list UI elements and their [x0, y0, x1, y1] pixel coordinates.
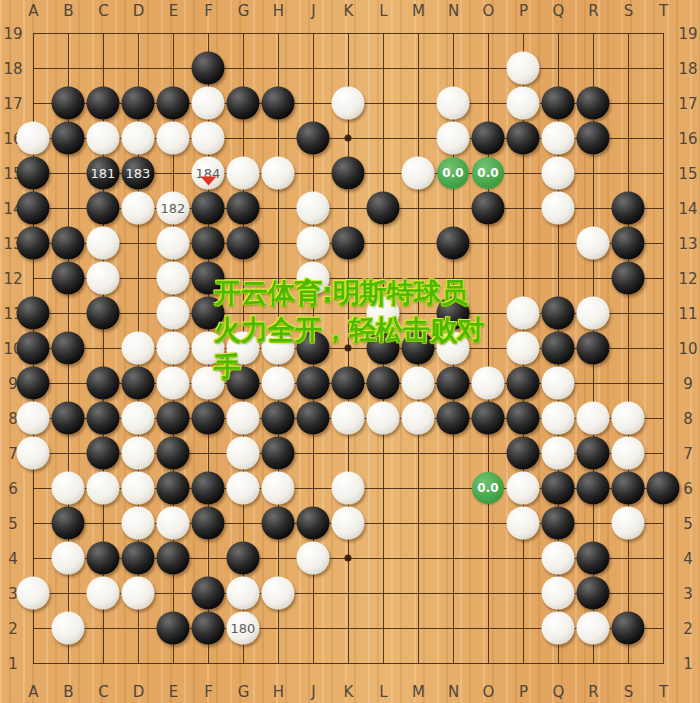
stone-A7[interactable]: [17, 437, 50, 470]
stone-R6[interactable]: [577, 472, 610, 505]
stone-E16[interactable]: [157, 122, 190, 155]
stone-S8[interactable]: [612, 402, 645, 435]
stone-B5[interactable]: [52, 507, 85, 540]
coord-bottom-C: C: [98, 683, 108, 701]
coord-right-8: 8: [683, 410, 693, 428]
stone-N16[interactable]: [437, 122, 470, 155]
stone-S7[interactable]: [612, 437, 645, 470]
stone-Q17[interactable]: [542, 87, 575, 120]
coord-top-L: L: [379, 2, 387, 20]
coord-right-6: 6: [683, 480, 693, 498]
coord-left-12: 12: [3, 270, 22, 288]
stone-A8[interactable]: [17, 402, 50, 435]
stone-B2[interactable]: [52, 612, 85, 645]
stone-G8[interactable]: [227, 402, 260, 435]
move-number-D15: 183: [126, 167, 151, 180]
stone-E2[interactable]: [157, 612, 190, 645]
coord-top-A: A: [28, 2, 38, 20]
stone-E17[interactable]: [157, 87, 190, 120]
stone-K17[interactable]: [332, 87, 365, 120]
stone-D10[interactable]: [122, 332, 155, 365]
stone-Q7[interactable]: [542, 437, 575, 470]
stone-P16[interactable]: [507, 122, 540, 155]
stone-C6[interactable]: [87, 472, 120, 505]
stone-Q2[interactable]: [542, 612, 575, 645]
score-label-N15: 0.0: [442, 167, 463, 179]
coord-right-17: 17: [678, 95, 697, 113]
stone-C13[interactable]: [87, 227, 120, 260]
coord-bottom-M: M: [412, 683, 425, 701]
coord-top-F: F: [204, 2, 213, 20]
stone-S13[interactable]: [612, 227, 645, 260]
coord-bottom-Q: Q: [553, 683, 565, 701]
stone-O9[interactable]: [472, 367, 505, 400]
stone-Q6[interactable]: [542, 472, 575, 505]
stone-B10[interactable]: [52, 332, 85, 365]
stone-R11[interactable]: [577, 297, 610, 330]
stone-C8[interactable]: [87, 402, 120, 435]
stone-P10[interactable]: [507, 332, 540, 365]
stone-P6[interactable]: [507, 472, 540, 505]
stone-E9[interactable]: [157, 367, 190, 400]
stone-O16[interactable]: [472, 122, 505, 155]
stone-H7[interactable]: [262, 437, 295, 470]
stone-P11[interactable]: [507, 297, 540, 330]
stone-Q16[interactable]: [542, 122, 575, 155]
stone-P5[interactable]: [507, 507, 540, 540]
stone-D16[interactable]: [122, 122, 155, 155]
stone-J12[interactable]: [297, 262, 330, 295]
stone-R16[interactable]: [577, 122, 610, 155]
coord-top-H: H: [273, 2, 284, 20]
coord-bottom-O: O: [483, 683, 495, 701]
stone-E10[interactable]: [157, 332, 190, 365]
stone-C12[interactable]: [87, 262, 120, 295]
coord-top-J: J: [311, 2, 315, 20]
stone-D17[interactable]: [122, 87, 155, 120]
stone-C4[interactable]: [87, 542, 120, 575]
coord-bottom-D: D: [133, 683, 145, 701]
stone-R13[interactable]: [577, 227, 610, 260]
stone-M10[interactable]: [402, 332, 435, 365]
star-point-K10: [345, 345, 352, 352]
stone-P9[interactable]: [507, 367, 540, 400]
stone-A15[interactable]: [17, 157, 50, 190]
stone-Q15[interactable]: [542, 157, 575, 190]
stone-B12[interactable]: [52, 262, 85, 295]
stone-H5[interactable]: [262, 507, 295, 540]
coord-bottom-E: E: [169, 683, 178, 701]
move-number-G2: 180: [231, 622, 256, 635]
coord-bottom-T: T: [659, 683, 668, 701]
stone-L10[interactable]: [367, 332, 400, 365]
coord-right-19: 19: [678, 25, 697, 43]
stone-N17[interactable]: [437, 87, 470, 120]
stone-S2[interactable]: [612, 612, 645, 645]
coord-left-17: 17: [3, 95, 22, 113]
stone-D3[interactable]: [122, 577, 155, 610]
stone-F15[interactable]: 184: [192, 157, 225, 190]
stone-E5[interactable]: [157, 507, 190, 540]
stone-P17[interactable]: [507, 87, 540, 120]
stone-A14[interactable]: [17, 192, 50, 225]
stone-D9[interactable]: [122, 367, 155, 400]
coord-left-2: 2: [8, 620, 18, 638]
stone-E13[interactable]: [157, 227, 190, 260]
stone-P8[interactable]: [507, 402, 540, 435]
coord-top-C: C: [98, 2, 108, 20]
stone-C11[interactable]: [87, 297, 120, 330]
stone-Q8[interactable]: [542, 402, 575, 435]
stone-R2[interactable]: [577, 612, 610, 645]
stone-F5[interactable]: [192, 507, 225, 540]
stone-P7[interactable]: [507, 437, 540, 470]
coord-bottom-S: S: [624, 683, 634, 701]
coord-top-S: S: [624, 2, 634, 20]
coord-right-2: 2: [683, 620, 693, 638]
stone-G3[interactable]: [227, 577, 260, 610]
coord-right-5: 5: [683, 515, 693, 533]
stone-A10[interactable]: [17, 332, 50, 365]
stone-B13[interactable]: [52, 227, 85, 260]
stone-J9[interactable]: [297, 367, 330, 400]
stone-R7[interactable]: [577, 437, 610, 470]
stone-F16[interactable]: [192, 122, 225, 155]
stone-D14[interactable]: [122, 192, 155, 225]
coord-top-D: D: [133, 2, 145, 20]
stone-P18[interactable]: [507, 52, 540, 85]
stone-O14[interactable]: [472, 192, 505, 225]
stone-G10[interactable]: [227, 332, 260, 365]
stone-H6[interactable]: [262, 472, 295, 505]
stone-J16[interactable]: [297, 122, 330, 155]
stone-J14[interactable]: [297, 192, 330, 225]
stone-R10[interactable]: [577, 332, 610, 365]
stone-F9[interactable]: [192, 367, 225, 400]
stone-A13[interactable]: [17, 227, 50, 260]
last-move-triangle-icon: [200, 177, 216, 186]
stone-A16[interactable]: [17, 122, 50, 155]
grid-hline: [33, 663, 664, 664]
stone-Q4[interactable]: [542, 542, 575, 575]
coord-top-O: O: [483, 2, 495, 20]
stone-J10[interactable]: [297, 332, 330, 365]
stone-G15[interactable]: [227, 157, 260, 190]
coord-bottom-P: P: [519, 683, 528, 701]
stone-L11[interactable]: [367, 297, 400, 330]
coord-right-12: 12: [678, 270, 697, 288]
coord-bottom-F: F: [204, 683, 213, 701]
coord-right-9: 9: [683, 375, 693, 393]
stone-G7[interactable]: [227, 437, 260, 470]
coord-right-3: 3: [683, 585, 693, 603]
coord-right-10: 10: [678, 340, 697, 358]
stone-F8[interactable]: [192, 402, 225, 435]
stone-F14[interactable]: [192, 192, 225, 225]
move-number-C15: 181: [91, 167, 116, 180]
stone-F18[interactable]: [192, 52, 225, 85]
stone-G14[interactable]: [227, 192, 260, 225]
stone-D5[interactable]: [122, 507, 155, 540]
coord-bottom-R: R: [588, 683, 598, 701]
stone-E8[interactable]: [157, 402, 190, 435]
score-label-O6: 0.0: [477, 482, 498, 494]
coord-top-G: G: [238, 2, 250, 20]
stone-F12[interactable]: [192, 262, 225, 295]
coord-left-18: 18: [3, 60, 22, 78]
stone-Q3[interactable]: [542, 577, 575, 610]
stone-H3[interactable]: [262, 577, 295, 610]
grid-vline: [628, 33, 629, 664]
stone-F6[interactable]: [192, 472, 225, 505]
coord-right-13: 13: [678, 235, 697, 253]
go-board[interactable]: AABBCCDDEEFFGGHHJJKKLLMMNNOOPPQQRRSSTT19…: [0, 0, 700, 703]
stone-C15[interactable]: 181: [87, 157, 120, 190]
stone-H9[interactable]: [262, 367, 295, 400]
coord-left-5: 5: [8, 515, 18, 533]
stone-G4[interactable]: [227, 542, 260, 575]
coord-top-N: N: [448, 2, 459, 20]
stone-D7[interactable]: [122, 437, 155, 470]
coord-right-18: 18: [678, 60, 697, 78]
coord-top-K: K: [344, 2, 354, 20]
coord-top-B: B: [63, 2, 73, 20]
stone-B6[interactable]: [52, 472, 85, 505]
stone-Q10[interactable]: [542, 332, 575, 365]
stone-E7[interactable]: [157, 437, 190, 470]
coord-bottom-L: L: [379, 683, 387, 701]
stone-R17[interactable]: [577, 87, 610, 120]
stone-O6[interactable]: 0.0: [472, 472, 504, 504]
stone-M15[interactable]: [402, 157, 435, 190]
coord-top-M: M: [412, 2, 425, 20]
stone-R4[interactable]: [577, 542, 610, 575]
coord-left-1: 1: [8, 655, 18, 673]
coord-right-4: 4: [683, 550, 693, 568]
stone-S12[interactable]: [612, 262, 645, 295]
stone-G9[interactable]: [227, 367, 260, 400]
stone-Q5[interactable]: [542, 507, 575, 540]
stone-F13[interactable]: [192, 227, 225, 260]
stone-K6[interactable]: [332, 472, 365, 505]
stone-L14[interactable]: [367, 192, 400, 225]
stone-R8[interactable]: [577, 402, 610, 435]
stone-D4[interactable]: [122, 542, 155, 575]
stone-Q9[interactable]: [542, 367, 575, 400]
stone-L8[interactable]: [367, 402, 400, 435]
stone-J5[interactable]: [297, 507, 330, 540]
stone-J8[interactable]: [297, 402, 330, 435]
coord-bottom-J: J: [311, 683, 315, 701]
stone-B17[interactable]: [52, 87, 85, 120]
stone-K13[interactable]: [332, 227, 365, 260]
stone-H10[interactable]: [262, 332, 295, 365]
stone-B8[interactable]: [52, 402, 85, 435]
stone-D15[interactable]: 183: [122, 157, 155, 190]
stone-J4[interactable]: [297, 542, 330, 575]
star-point-K4: [345, 555, 352, 562]
coord-right-14: 14: [678, 200, 697, 218]
grid-vline: [663, 33, 664, 664]
stone-T6[interactable]: [647, 472, 680, 505]
stone-L9[interactable]: [367, 367, 400, 400]
stone-M9[interactable]: [402, 367, 435, 400]
stone-F17[interactable]: [192, 87, 225, 120]
stone-C17[interactable]: [87, 87, 120, 120]
stone-Q14[interactable]: [542, 192, 575, 225]
coord-bottom-G: G: [238, 683, 250, 701]
stone-N9[interactable]: [437, 367, 470, 400]
stone-E14[interactable]: 182: [157, 192, 190, 225]
coord-left-19: 19: [3, 25, 22, 43]
stone-S6[interactable]: [612, 472, 645, 505]
stone-A9[interactable]: [17, 367, 50, 400]
stone-C16[interactable]: [87, 122, 120, 155]
stone-F3[interactable]: [192, 577, 225, 610]
stone-C9[interactable]: [87, 367, 120, 400]
stone-G2[interactable]: 180: [227, 612, 260, 645]
coord-bottom-B: B: [63, 683, 73, 701]
stone-N15[interactable]: 0.0: [437, 157, 469, 189]
coord-top-E: E: [169, 2, 178, 20]
stone-C3[interactable]: [87, 577, 120, 610]
coord-top-Q: Q: [553, 2, 565, 20]
score-label-O15: 0.0: [477, 167, 498, 179]
stone-M8[interactable]: [402, 402, 435, 435]
stone-O15[interactable]: 0.0: [472, 157, 504, 189]
stone-F11[interactable]: [192, 297, 225, 330]
coord-left-6: 6: [8, 480, 18, 498]
stone-G17[interactable]: [227, 87, 260, 120]
stone-B16[interactable]: [52, 122, 85, 155]
coord-bottom-N: N: [448, 683, 459, 701]
stone-F2[interactable]: [192, 612, 225, 645]
stone-K5[interactable]: [332, 507, 365, 540]
coord-bottom-K: K: [344, 683, 354, 701]
coord-right-1: 1: [683, 655, 693, 673]
stone-G6[interactable]: [227, 472, 260, 505]
stone-F10[interactable]: [192, 332, 225, 365]
coord-right-11: 11: [678, 305, 697, 323]
stone-C14[interactable]: [87, 192, 120, 225]
move-number-E14: 182: [161, 202, 186, 215]
stone-D8[interactable]: [122, 402, 155, 435]
coord-top-P: P: [519, 2, 528, 20]
stone-J13[interactable]: [297, 227, 330, 260]
stone-H15[interactable]: [262, 157, 295, 190]
stone-E4[interactable]: [157, 542, 190, 575]
stone-C7[interactable]: [87, 437, 120, 470]
stone-K8[interactable]: [332, 402, 365, 435]
stone-H8[interactable]: [262, 402, 295, 435]
stone-E12[interactable]: [157, 262, 190, 295]
stone-A11[interactable]: [17, 297, 50, 330]
stone-N8[interactable]: [437, 402, 470, 435]
coord-right-16: 16: [678, 130, 697, 148]
stone-N13[interactable]: [437, 227, 470, 260]
stone-K9[interactable]: [332, 367, 365, 400]
stone-E11[interactable]: [157, 297, 190, 330]
coord-bottom-H: H: [273, 683, 284, 701]
stone-G13[interactable]: [227, 227, 260, 260]
stone-N10[interactable]: [437, 332, 470, 365]
stone-B4[interactable]: [52, 542, 85, 575]
coord-top-T: T: [659, 2, 668, 20]
stone-E6[interactable]: [157, 472, 190, 505]
coord-top-R: R: [588, 2, 598, 20]
stone-D6[interactable]: [122, 472, 155, 505]
stone-A3[interactable]: [17, 577, 50, 610]
stone-S14[interactable]: [612, 192, 645, 225]
stone-K15[interactable]: [332, 157, 365, 190]
stone-N11[interactable]: [437, 297, 470, 330]
coord-right-15: 15: [678, 165, 697, 183]
stone-H17[interactable]: [262, 87, 295, 120]
stone-O8[interactable]: [472, 402, 505, 435]
coord-right-7: 7: [683, 445, 693, 463]
coord-left-4: 4: [8, 550, 18, 568]
stone-R3[interactable]: [577, 577, 610, 610]
stone-Q11[interactable]: [542, 297, 575, 330]
coord-bottom-A: A: [28, 683, 38, 701]
star-point-K16: [345, 135, 352, 142]
stone-S5[interactable]: [612, 507, 645, 540]
